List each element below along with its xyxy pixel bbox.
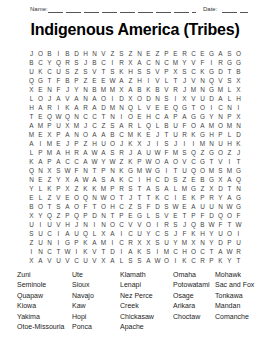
grid-cell[interactable]: H <box>81 50 90 59</box>
grid-cell[interactable]: K <box>153 194 162 203</box>
grid-cell[interactable]: V <box>99 50 108 59</box>
grid-cell[interactable]: I <box>207 104 216 113</box>
grid-cell[interactable]: V <box>63 95 72 104</box>
grid-cell[interactable]: S <box>216 167 225 176</box>
grid-cell[interactable]: F <box>54 86 63 95</box>
grid-cell[interactable]: W <box>54 113 63 122</box>
grid-cell[interactable]: A <box>54 149 63 158</box>
grid-cell[interactable]: R <box>72 149 81 158</box>
grid-cell[interactable]: T <box>225 220 234 229</box>
grid-cell[interactable]: E <box>63 194 72 203</box>
grid-cell[interactable]: L <box>225 95 234 104</box>
grid-cell[interactable]: H <box>90 140 99 149</box>
grid-cell[interactable]: V <box>189 95 198 104</box>
grid-cell[interactable]: J <box>180 86 189 95</box>
grid-cell[interactable]: U <box>144 149 153 158</box>
grid-cell[interactable]: Q <box>234 176 243 185</box>
grid-cell[interactable]: I <box>207 59 216 68</box>
grid-cell[interactable]: N <box>216 202 225 211</box>
grid-cell[interactable]: G <box>234 202 243 211</box>
grid-cell[interactable]: O <box>126 113 135 122</box>
grid-cell[interactable]: O <box>72 202 81 211</box>
grid-cell[interactable]: Z <box>45 176 54 185</box>
grid-cell[interactable]: A <box>126 86 135 95</box>
grid-cell[interactable]: A <box>54 95 63 104</box>
grid-cell[interactable]: T <box>225 68 234 77</box>
grid-cell[interactable]: P <box>108 185 117 194</box>
grid-cell[interactable]: F <box>198 59 207 68</box>
grid-cell[interactable]: W <box>153 256 162 265</box>
grid-cell[interactable]: A <box>63 131 72 140</box>
grid-cell[interactable]: A <box>162 158 171 167</box>
grid-cell[interactable]: C <box>126 229 135 238</box>
grid-cell[interactable]: X <box>63 176 72 185</box>
grid-cell[interactable]: Z <box>180 176 189 185</box>
grid-cell[interactable]: U <box>81 256 90 265</box>
grid-cell[interactable]: A <box>189 202 198 211</box>
grid-cell[interactable]: I <box>234 104 243 113</box>
grid-cell[interactable]: G <box>126 167 135 176</box>
grid-cell[interactable]: N <box>108 167 117 176</box>
grid-cell[interactable]: B <box>153 86 162 95</box>
grid-cell[interactable]: F <box>234 211 243 220</box>
grid-cell[interactable]: T <box>117 194 126 203</box>
grid-cell[interactable]: S <box>135 256 144 265</box>
grid-cell[interactable]: S <box>180 68 189 77</box>
grid-cell[interactable]: N <box>36 247 45 256</box>
grid-cell[interactable]: T <box>108 211 117 220</box>
grid-cell[interactable]: G <box>36 77 45 86</box>
grid-cell[interactable]: O <box>162 256 171 265</box>
grid-cell[interactable]: R <box>216 59 225 68</box>
grid-cell[interactable]: D <box>216 185 225 194</box>
grid-cell[interactable]: T <box>99 247 108 256</box>
grid-cell[interactable]: D <box>144 95 153 104</box>
grid-cell[interactable]: X <box>45 167 54 176</box>
grid-cell[interactable]: P <box>99 167 108 176</box>
grid-cell[interactable]: T <box>207 158 216 167</box>
grid-cell[interactable]: K <box>36 68 45 77</box>
grid-cell[interactable]: Z <box>153 50 162 59</box>
grid-cell[interactable]: T <box>180 211 189 220</box>
grid-cell[interactable]: J <box>117 140 126 149</box>
grid-cell[interactable]: S <box>54 202 63 211</box>
grid-cell[interactable]: Q <box>27 167 36 176</box>
grid-cell[interactable]: L <box>135 122 144 131</box>
grid-cell[interactable]: M <box>126 131 135 140</box>
grid-cell[interactable]: C <box>99 59 108 68</box>
grid-cell[interactable]: U <box>45 220 54 229</box>
grid-cell[interactable]: O <box>225 211 234 220</box>
grid-cell[interactable]: D <box>90 211 99 220</box>
grid-cell[interactable]: P <box>36 149 45 158</box>
grid-cell[interactable]: Y <box>207 238 216 247</box>
grid-cell[interactable]: O <box>153 158 162 167</box>
grid-cell[interactable]: U <box>135 229 144 238</box>
grid-cell[interactable]: O <box>36 50 45 59</box>
grid-cell[interactable]: P <box>117 211 126 220</box>
grid-cell[interactable]: V <box>63 256 72 265</box>
grid-cell[interactable]: O <box>234 50 243 59</box>
grid-cell[interactable]: N <box>216 113 225 122</box>
grid-cell[interactable]: S <box>162 95 171 104</box>
grid-cell[interactable]: A <box>198 122 207 131</box>
grid-cell[interactable]: X <box>216 176 225 185</box>
grid-cell[interactable]: A <box>36 104 45 113</box>
grid-cell[interactable]: C <box>117 238 126 247</box>
grid-cell[interactable]: O <box>99 202 108 211</box>
grid-cell[interactable]: W <box>108 158 117 167</box>
grid-cell[interactable]: I <box>189 140 198 149</box>
grid-cell[interactable]: G <box>225 59 234 68</box>
grid-cell[interactable]: C <box>126 176 135 185</box>
grid-cell[interactable]: U <box>72 229 81 238</box>
grid-cell[interactable]: U <box>54 122 63 131</box>
grid-cell[interactable]: B <box>27 202 36 211</box>
grid-cell[interactable]: I <box>135 176 144 185</box>
grid-cell[interactable]: O <box>108 140 117 149</box>
grid-cell[interactable]: N <box>81 167 90 176</box>
grid-cell[interactable]: H <box>225 140 234 149</box>
grid-cell[interactable]: S <box>153 211 162 220</box>
grid-cell[interactable]: A <box>72 104 81 113</box>
grid-cell[interactable]: A <box>36 256 45 265</box>
grid-cell[interactable]: A <box>90 104 99 113</box>
grid-cell[interactable]: X <box>180 95 189 104</box>
grid-cell[interactable]: O <box>216 122 225 131</box>
grid-cell[interactable]: E <box>36 131 45 140</box>
grid-cell[interactable]: T <box>135 185 144 194</box>
grid-cell[interactable]: O <box>135 95 144 104</box>
grid-cell[interactable]: M <box>171 149 180 158</box>
grid-cell[interactable]: B <box>63 50 72 59</box>
grid-cell[interactable]: H <box>198 229 207 238</box>
grid-cell[interactable]: X <box>234 113 243 122</box>
grid-cell[interactable]: N <box>45 86 54 95</box>
grid-cell[interactable]: D <box>72 50 81 59</box>
grid-cell[interactable]: X <box>144 238 153 247</box>
grid-cell[interactable]: P <box>54 185 63 194</box>
grid-cell[interactable]: D <box>216 238 225 247</box>
grid-cell[interactable]: P <box>171 113 180 122</box>
grid-cell[interactable]: A <box>54 158 63 167</box>
grid-cell[interactable]: H <box>207 131 216 140</box>
grid-cell[interactable]: Z <box>117 158 126 167</box>
grid-cell[interactable]: S <box>144 68 153 77</box>
grid-cell[interactable]: L <box>27 149 36 158</box>
grid-cell[interactable]: C <box>198 247 207 256</box>
grid-cell[interactable]: X <box>135 140 144 149</box>
grid-cell[interactable]: A <box>144 185 153 194</box>
grid-cell[interactable]: M <box>99 86 108 95</box>
grid-cell[interactable]: S <box>108 122 117 131</box>
grid-cell[interactable]: T <box>171 167 180 176</box>
grid-cell[interactable]: F <box>162 149 171 158</box>
grid-cell[interactable]: V <box>189 77 198 86</box>
grid-cell[interactable]: I <box>36 220 45 229</box>
grid-cell[interactable]: E <box>54 140 63 149</box>
grid-cell[interactable]: E <box>144 50 153 59</box>
grid-cell[interactable]: L <box>144 211 153 220</box>
grid-cell[interactable]: X <box>27 86 36 95</box>
grid-cell[interactable]: Y <box>72 86 81 95</box>
grid-cell[interactable]: K <box>189 131 198 140</box>
grid-cell[interactable]: D <box>117 95 126 104</box>
grid-cell[interactable]: N <box>36 167 45 176</box>
grid-cell[interactable]: C <box>153 113 162 122</box>
grid-cell[interactable]: V <box>90 68 99 77</box>
grid-cell[interactable]: S <box>63 68 72 77</box>
grid-cell[interactable]: A <box>90 95 99 104</box>
grid-cell[interactable]: A <box>108 176 117 185</box>
grid-cell[interactable]: H <box>108 202 117 211</box>
grid-cell[interactable]: U <box>198 95 207 104</box>
grid-cell[interactable]: I <box>54 229 63 238</box>
grid-cell[interactable]: Y <box>144 229 153 238</box>
grid-cell[interactable]: P <box>63 211 72 220</box>
grid-cell[interactable]: F <box>144 202 153 211</box>
grid-cell[interactable]: N <box>99 220 108 229</box>
grid-cell[interactable]: C <box>117 220 126 229</box>
grid-cell[interactable]: A <box>162 185 171 194</box>
grid-cell[interactable]: V <box>189 59 198 68</box>
grid-cell[interactable]: A <box>144 256 153 265</box>
grid-cell[interactable]: A <box>27 122 36 131</box>
grid-cell[interactable]: U <box>171 122 180 131</box>
grid-cell[interactable]: M <box>99 185 108 194</box>
grid-cell[interactable]: I <box>234 229 243 238</box>
grid-cell[interactable]: V <box>216 158 225 167</box>
grid-cell[interactable]: L <box>171 185 180 194</box>
grid-cell[interactable]: V <box>54 194 63 203</box>
grid-cell[interactable]: I <box>54 238 63 247</box>
grid-cell[interactable]: G <box>207 149 216 158</box>
grid-cell[interactable]: R <box>45 104 54 113</box>
grid-cell[interactable]: C <box>189 68 198 77</box>
grid-cell[interactable]: E <box>36 113 45 122</box>
grid-cell[interactable]: C <box>216 104 225 113</box>
grid-cell[interactable]: G <box>198 158 207 167</box>
grid-cell[interactable]: I <box>54 50 63 59</box>
grid-cell[interactable]: C <box>90 113 99 122</box>
grid-cell[interactable]: D <box>207 95 216 104</box>
grid-cell[interactable]: P <box>216 131 225 140</box>
grid-cell[interactable]: I <box>90 220 99 229</box>
grid-cell[interactable]: V <box>54 220 63 229</box>
grid-cell[interactable]: A <box>90 238 99 247</box>
grid-cell[interactable]: A <box>117 122 126 131</box>
grid-cell[interactable]: N <box>72 113 81 122</box>
grid-cell[interactable]: P <box>162 50 171 59</box>
grid-cell[interactable]: C <box>72 158 81 167</box>
grid-cell[interactable]: E <box>99 77 108 86</box>
grid-cell[interactable]: Q <box>171 104 180 113</box>
grid-cell[interactable]: N <box>207 140 216 149</box>
grid-cell[interactable]: K <box>117 176 126 185</box>
grid-cell[interactable]: O <box>72 194 81 203</box>
grid-cell[interactable]: T <box>162 131 171 140</box>
grid-cell[interactable]: J <box>171 229 180 238</box>
grid-cell[interactable]: X <box>234 77 243 86</box>
grid-cell[interactable]: D <box>153 202 162 211</box>
grid-cell[interactable]: E <box>126 211 135 220</box>
grid-cell[interactable]: M <box>198 140 207 149</box>
grid-cell[interactable]: E <box>36 86 45 95</box>
grid-cell[interactable]: O <box>81 131 90 140</box>
grid-cell[interactable]: I <box>36 140 45 149</box>
grid-cell[interactable]: A <box>72 176 81 185</box>
grid-cell[interactable]: S <box>135 68 144 77</box>
grid-cell[interactable]: B <box>45 50 54 59</box>
grid-cell[interactable]: D <box>108 247 117 256</box>
grid-cell[interactable]: G <box>234 194 243 203</box>
grid-cell[interactable]: K <box>144 86 153 95</box>
grid-cell[interactable]: Q <box>126 104 135 113</box>
grid-cell[interactable]: V <box>162 86 171 95</box>
grid-cell[interactable]: R <box>117 149 126 158</box>
grid-cell[interactable]: C <box>144 59 153 68</box>
grid-cell[interactable]: Q <box>81 229 90 238</box>
grid-cell[interactable]: J <box>72 220 81 229</box>
grid-cell[interactable]: S <box>81 68 90 77</box>
grid-cell[interactable]: P <box>72 238 81 247</box>
grid-cell[interactable]: V <box>153 77 162 86</box>
grid-cell[interactable]: I <box>108 238 117 247</box>
grid-cell[interactable]: Y <box>180 59 189 68</box>
grid-cell[interactable]: T <box>45 77 54 86</box>
grid-cell[interactable]: Z <box>72 68 81 77</box>
grid-cell[interactable]: B <box>198 176 207 185</box>
grid-cell[interactable]: T <box>27 113 36 122</box>
grid-cell[interactable]: Q <box>54 59 63 68</box>
grid-cell[interactable]: W <box>63 167 72 176</box>
grid-cell[interactable]: G <box>207 68 216 77</box>
grid-cell[interactable]: G <box>234 59 243 68</box>
grid-cell[interactable]: A <box>36 158 45 167</box>
grid-cell[interactable]: U <box>99 140 108 149</box>
grid-cell[interactable]: A <box>225 176 234 185</box>
grid-cell[interactable]: Q <box>189 220 198 229</box>
grid-cell[interactable]: V <box>162 211 171 220</box>
grid-cell[interactable]: N <box>108 113 117 122</box>
grid-cell[interactable]: K <box>189 194 198 203</box>
grid-cell[interactable]: T <box>45 202 54 211</box>
grid-cell[interactable]: S <box>117 50 126 59</box>
grid-cell[interactable]: E <box>153 104 162 113</box>
grid-cell[interactable]: N <box>90 50 99 59</box>
grid-cell[interactable]: J <box>126 149 135 158</box>
grid-cell[interactable]: T <box>234 158 243 167</box>
grid-cell[interactable]: C <box>36 59 45 68</box>
grid-cell[interactable]: S <box>126 185 135 194</box>
grid-cell[interactable]: M <box>99 238 108 247</box>
grid-cell[interactable]: J <box>234 149 243 158</box>
grid-cell[interactable]: K <box>180 256 189 265</box>
grid-cell[interactable]: K <box>126 158 135 167</box>
grid-cell[interactable]: R <box>126 238 135 247</box>
grid-cell[interactable]: G <box>153 167 162 176</box>
grid-cell[interactable]: C <box>162 59 171 68</box>
grid-cell[interactable]: Z <box>108 50 117 59</box>
grid-cell[interactable]: W <box>171 202 180 211</box>
grid-cell[interactable]: M <box>225 122 234 131</box>
grid-cell[interactable]: W <box>90 149 99 158</box>
grid-cell[interactable]: Y <box>99 158 108 167</box>
grid-cell[interactable]: E <box>90 77 99 86</box>
grid-cell[interactable]: N <box>153 95 162 104</box>
grid-cell[interactable]: V <box>45 256 54 265</box>
grid-cell[interactable]: C <box>72 256 81 265</box>
grid-cell[interactable]: G <box>198 113 207 122</box>
grid-cell[interactable]: X <box>126 95 135 104</box>
grid-cell[interactable]: C <box>189 50 198 59</box>
grid-cell[interactable]: U <box>36 229 45 238</box>
grid-cell[interactable]: O <box>36 202 45 211</box>
grid-cell[interactable]: V <box>135 220 144 229</box>
grid-cell[interactable]: P <box>162 68 171 77</box>
grid-cell[interactable]: K <box>135 247 144 256</box>
grid-cell[interactable]: W <box>144 167 153 176</box>
grid-cell[interactable]: H <box>144 176 153 185</box>
grid-cell[interactable]: O <box>99 95 108 104</box>
grid-cell[interactable]: I <box>225 158 234 167</box>
grid-cell[interactable]: F <box>180 122 189 131</box>
grid-cell[interactable]: Y <box>207 113 216 122</box>
grid-cell[interactable]: Z <box>45 194 54 203</box>
grid-cell[interactable]: J <box>81 122 90 131</box>
grid-cell[interactable]: M <box>72 122 81 131</box>
grid-cell[interactable]: U <box>216 140 225 149</box>
grid-cell[interactable]: X <box>207 185 216 194</box>
grid-cell[interactable]: E <box>27 194 36 203</box>
grid-cell[interactable]: Z <box>225 149 234 158</box>
grid-cell[interactable]: Z <box>126 77 135 86</box>
grid-cell[interactable]: Q <box>216 211 225 220</box>
grid-cell[interactable]: I <box>153 220 162 229</box>
grid-cell[interactable]: S <box>99 176 108 185</box>
grid-cell[interactable]: Y <box>225 256 234 265</box>
grid-cell[interactable]: E <box>180 202 189 211</box>
grid-cell[interactable]: I <box>180 140 189 149</box>
grid-cell[interactable]: S <box>72 59 81 68</box>
grid-cell[interactable]: G <box>135 211 144 220</box>
grid-cell[interactable]: Q <box>189 167 198 176</box>
grid-cell[interactable]: Q <box>207 77 216 86</box>
grid-cell[interactable]: A <box>216 50 225 59</box>
grid-cell[interactable]: S <box>144 247 153 256</box>
grid-cell[interactable]: Y <box>207 229 216 238</box>
grid-cell[interactable]: N <box>27 176 36 185</box>
grid-cell[interactable]: N <box>234 122 243 131</box>
grid-cell[interactable]: A <box>162 113 171 122</box>
grid-cell[interactable]: D <box>234 131 243 140</box>
grid-cell[interactable]: S <box>180 149 189 158</box>
grid-cell[interactable]: E <box>180 194 189 203</box>
grid-cell[interactable]: C <box>153 229 162 238</box>
grid-cell[interactable]: A <box>225 194 234 203</box>
grid-cell[interactable]: Y <box>45 59 54 68</box>
grid-cell[interactable]: P <box>189 211 198 220</box>
grid-cell[interactable]: P <box>207 256 216 265</box>
grid-cell[interactable]: N <box>81 95 90 104</box>
grid-cell[interactable]: H <box>126 68 135 77</box>
grid-cell[interactable]: X <box>171 68 180 77</box>
grid-cell[interactable]: P <box>45 122 54 131</box>
grid-cell[interactable]: Y <box>54 176 63 185</box>
grid-cell[interactable]: Z <box>126 50 135 59</box>
grid-cell[interactable]: Y <box>216 194 225 203</box>
grid-cell[interactable]: K <box>90 185 99 194</box>
